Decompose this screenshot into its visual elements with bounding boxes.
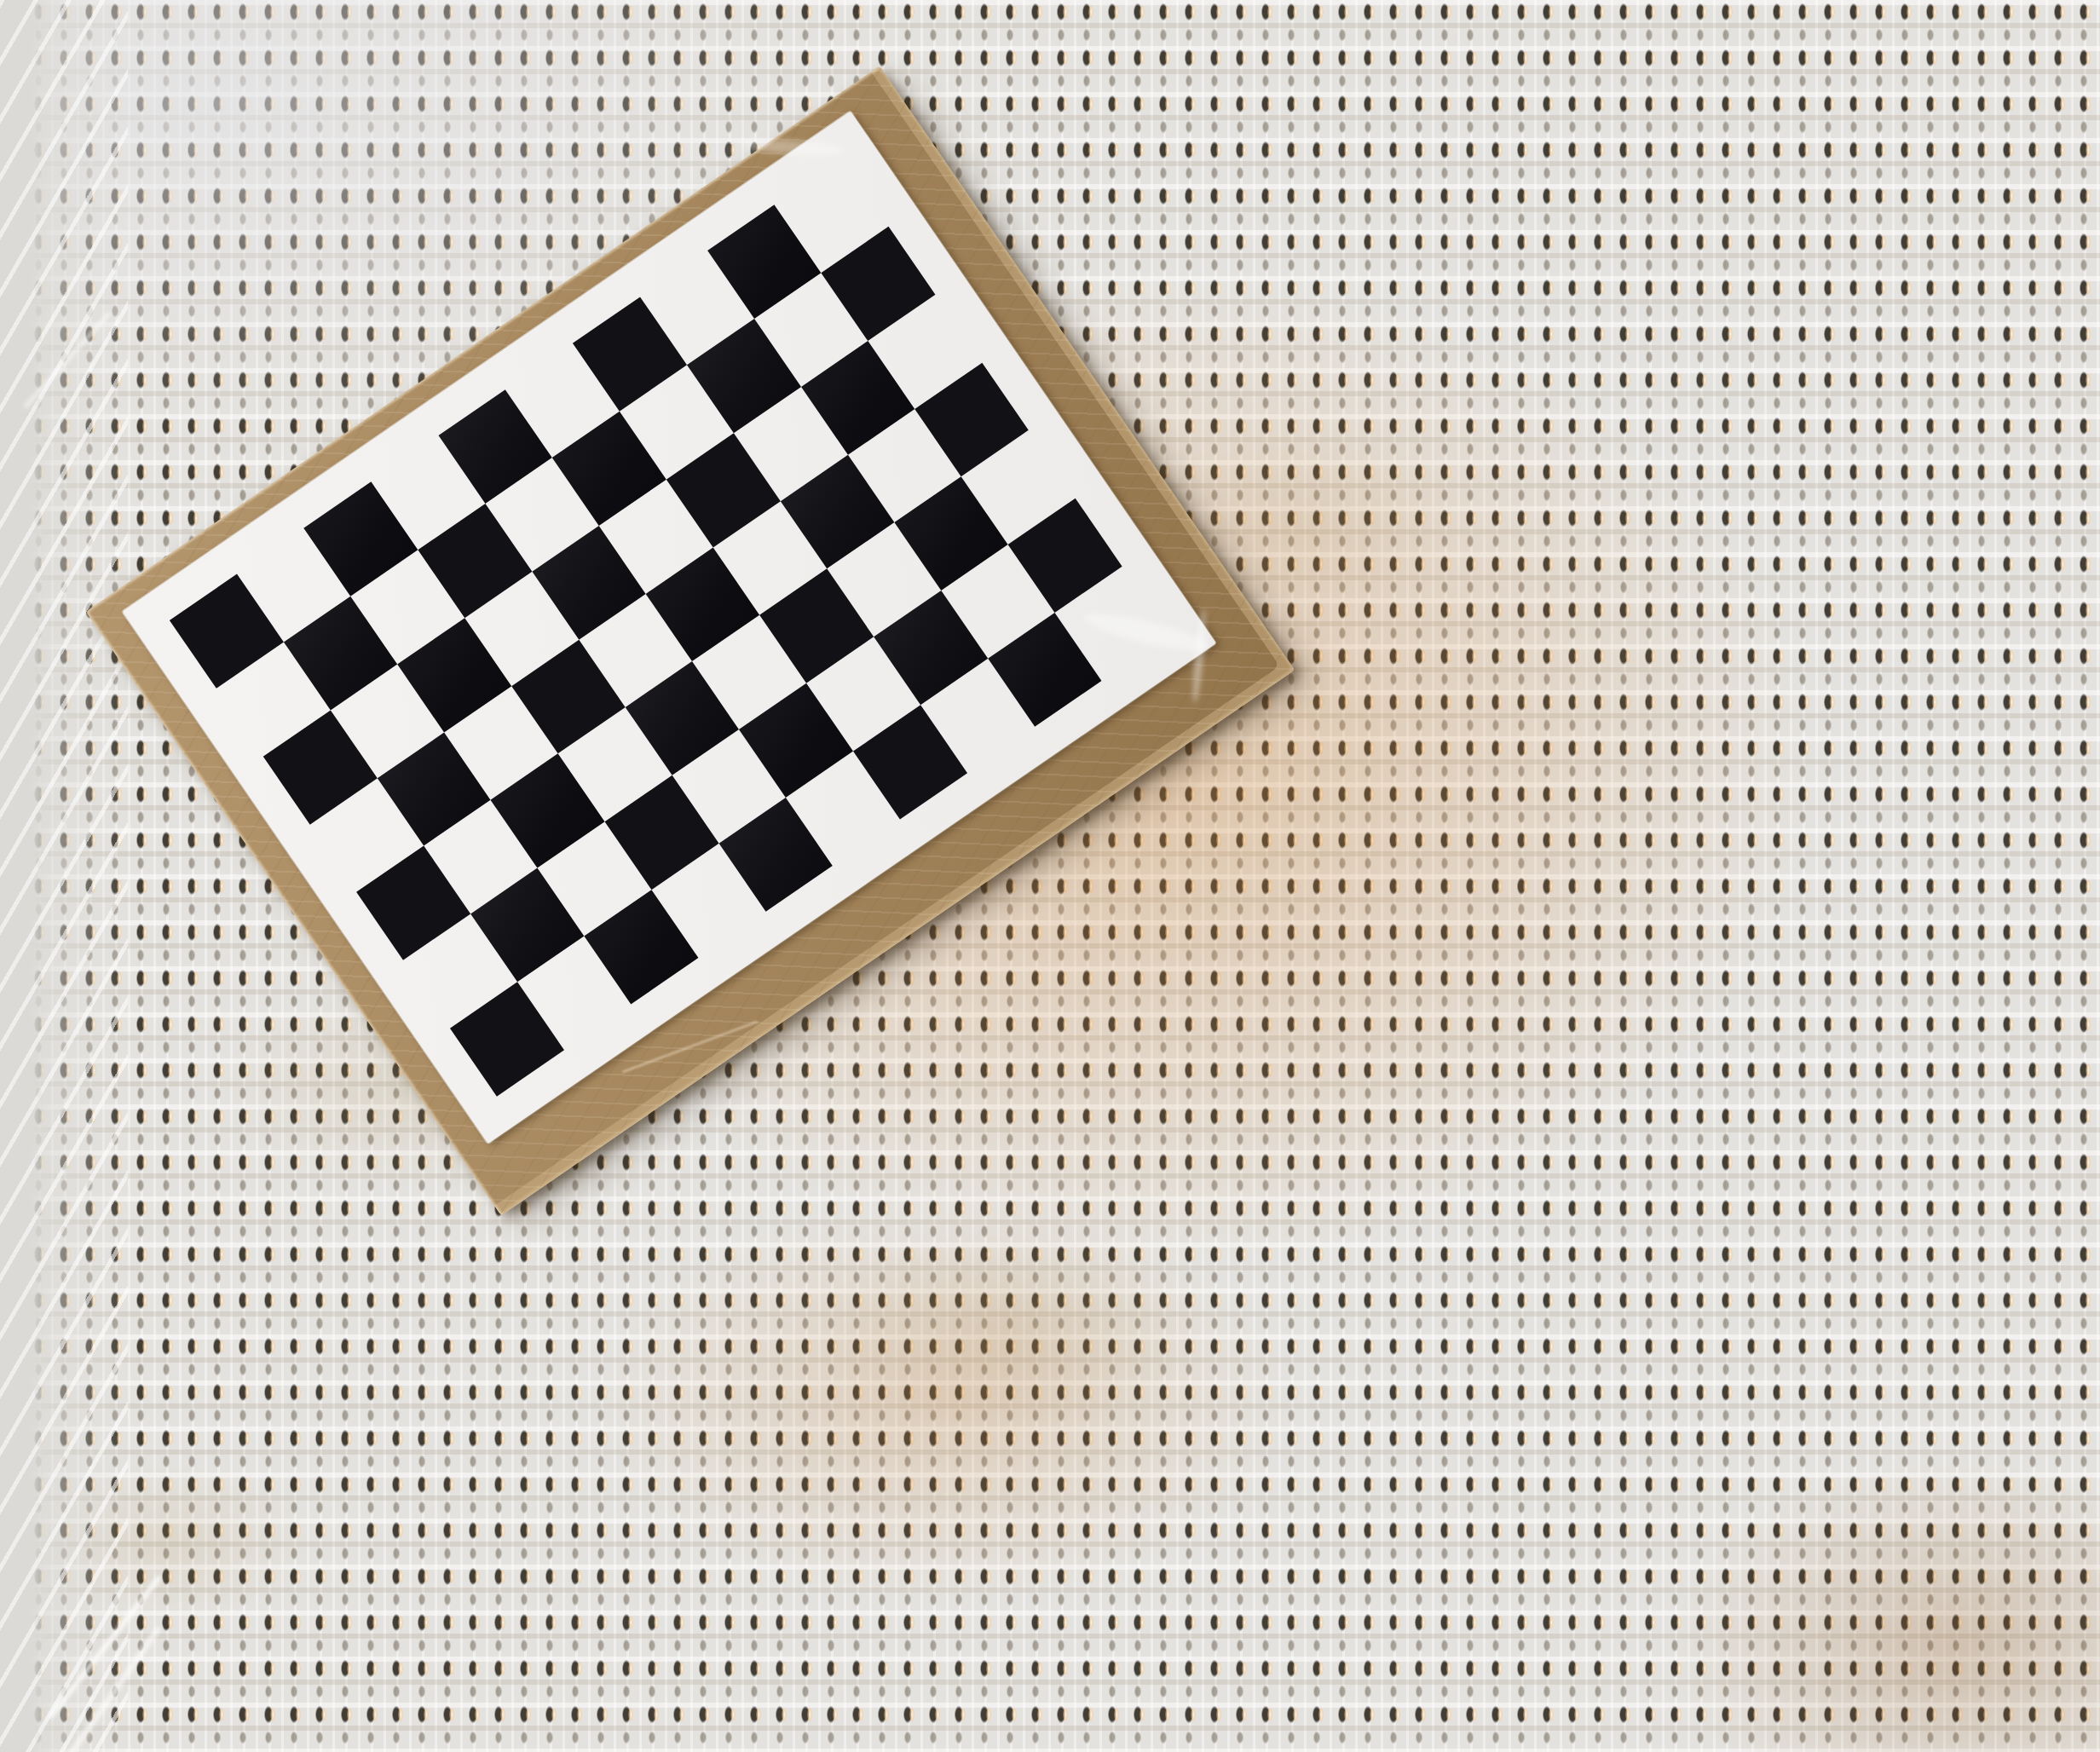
lamination-crease-glare [1191,609,1208,703]
photo-scene [0,0,2100,1752]
mesh-left-fold-edge [0,0,128,1752]
